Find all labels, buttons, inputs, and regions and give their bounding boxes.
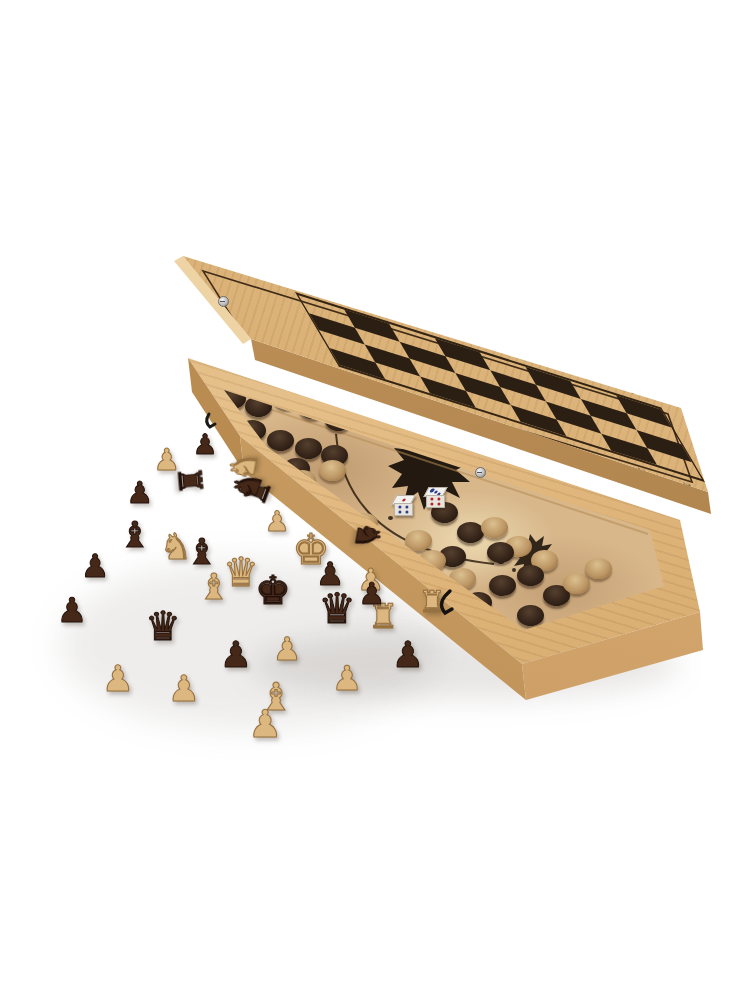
checker-disc-dark <box>295 438 322 459</box>
chess-piece-dark-bishop: ♝ <box>119 517 151 553</box>
board-coordinate-letter: h <box>627 388 637 396</box>
screw-icon <box>475 467 486 478</box>
checker-disc-dark <box>267 430 294 451</box>
checker-disc-dark <box>517 605 544 626</box>
box-tray-interior <box>0 0 750 1000</box>
chess-piece-dark-pawn: ♟ <box>220 637 252 673</box>
product-photo: 87654321abcdefgh ♟♞♞♝♛♟♚♟♜♜♟♟♝♟♟♟♟♜♜♟♝♟♟… <box>0 0 750 1000</box>
chess-piece-dark-pawn: ♟ <box>192 431 217 459</box>
checker-disc-dark <box>457 522 484 543</box>
checker-disc-light <box>481 517 508 538</box>
chess-piece-dark-knight: ♞ <box>350 519 386 553</box>
chess-piece-light-pawn: ♟ <box>332 661 362 695</box>
checker-disc-dark <box>517 565 544 586</box>
chess-piece-light-pawn: ♟ <box>102 661 134 697</box>
die-pip-red <box>431 502 434 505</box>
board-coordinate-letter: e <box>491 345 501 353</box>
chess-piece-light-pawn: ♟ <box>248 705 282 743</box>
die-pip-blue <box>399 506 402 509</box>
chess-piece-dark-queen: ♛ <box>145 606 181 646</box>
board-coordinate-letter: c <box>400 316 410 323</box>
chess-piece-dark-king: ♚ <box>255 570 291 610</box>
checker-disc-light <box>319 460 346 481</box>
chess-piece-dark-pawn: ♟ <box>392 637 424 673</box>
chess-piece-light-pawn: ♟ <box>264 508 289 536</box>
die-pip-blue <box>399 510 402 513</box>
chess-piece-dark-pawn: ♟ <box>359 579 386 609</box>
die-pip-red <box>437 498 440 501</box>
die-face <box>394 503 413 516</box>
chess-piece-light-pawn: ♟ <box>273 633 302 665</box>
die-pip-blue <box>405 510 408 513</box>
die-face <box>426 495 445 508</box>
chess-piece-light-pawn: ♟ <box>168 671 200 707</box>
chess-piece-dark-rook: ♜ <box>173 465 207 496</box>
chess-piece-dark-queen: ♛ <box>318 588 356 630</box>
board-coordinate-letter: f <box>536 360 545 365</box>
board-coordinate-letter: b <box>355 302 365 310</box>
checker-disc-dark <box>487 542 514 563</box>
die-pip-red <box>401 498 406 501</box>
checker-disc-light <box>563 573 590 594</box>
die-pip-red <box>437 502 440 505</box>
chess-piece-dark-bishop: ♝ <box>186 534 218 570</box>
die <box>394 495 411 514</box>
checker-disc-light <box>405 530 432 551</box>
die <box>426 487 443 506</box>
die-pip-blue <box>405 506 408 509</box>
chess-piece-dark-pawn: ♟ <box>57 593 87 627</box>
board-coordinate-letter: g <box>582 373 592 381</box>
board-coordinate-letter: d <box>446 330 456 338</box>
chess-piece-light-rook: ♜ <box>419 587 446 617</box>
checker-disc-dark <box>489 575 516 596</box>
checker-disc-light <box>585 558 612 579</box>
die-pip-red <box>431 498 434 501</box>
lid-cast-shadow <box>0 0 750 1000</box>
screw-icon <box>218 296 229 307</box>
chess-piece-light-queen: ♛ <box>223 552 259 592</box>
tray-interior-art <box>0 0 750 1000</box>
chess-piece-dark-pawn: ♟ <box>127 478 154 508</box>
board-coordinate-letter: a <box>310 288 320 296</box>
chess-piece-dark-pawn: ♟ <box>81 550 110 582</box>
